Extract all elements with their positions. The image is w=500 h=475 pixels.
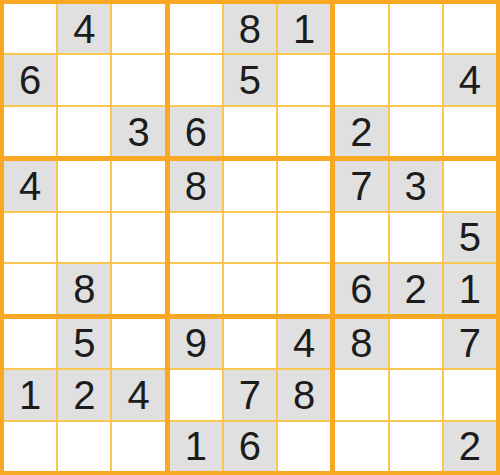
cell-r1c2-given[interactable]: 4 <box>58 4 110 53</box>
cell-r5c5-empty[interactable] <box>224 213 276 262</box>
cell-r4c7-given[interactable]: 7 <box>335 161 387 210</box>
cell-r8c3-given[interactable]: 4 <box>112 370 164 419</box>
cell-r5c8-empty[interactable] <box>390 213 442 262</box>
cell-r9c4-given[interactable]: 1 <box>170 422 222 471</box>
cell-r1c5-given[interactable]: 8 <box>224 4 276 53</box>
cell-r3c8-empty[interactable] <box>390 107 442 156</box>
cell-r3c7-given[interactable]: 2 <box>335 107 387 156</box>
cell-r3c5-empty[interactable] <box>224 107 276 156</box>
box-r3c1: 5124 <box>4 319 165 471</box>
cell-r6c2-given[interactable]: 8 <box>58 264 110 313</box>
cell-r8c7-empty[interactable] <box>335 370 387 419</box>
box-r1c2: 8156 <box>170 4 331 156</box>
cell-r7c7-given[interactable]: 8 <box>335 319 387 368</box>
cell-r3c2-empty[interactable] <box>58 107 110 156</box>
cell-r5c9-given[interactable]: 5 <box>444 213 496 262</box>
cell-r8c1-given[interactable]: 1 <box>4 370 56 419</box>
box-r3c3: 872 <box>335 319 496 471</box>
cell-r8c4-empty[interactable] <box>170 370 222 419</box>
cell-r6c1-empty[interactable] <box>4 264 56 313</box>
cell-r5c7-empty[interactable] <box>335 213 387 262</box>
cell-r3c9-empty[interactable] <box>444 107 496 156</box>
cell-r7c9-given[interactable]: 7 <box>444 319 496 368</box>
cell-r6c5-empty[interactable] <box>224 264 276 313</box>
cell-r9c6-empty[interactable] <box>278 422 330 471</box>
cell-r3c4-given[interactable]: 6 <box>170 107 222 156</box>
cell-r1c4-empty[interactable] <box>170 4 222 53</box>
box-r2c1: 48 <box>4 161 165 313</box>
cell-r4c6-empty[interactable] <box>278 161 330 210</box>
box-r2c2: 8 <box>170 161 331 313</box>
box-r2c3: 735621 <box>335 161 496 313</box>
cell-r9c8-empty[interactable] <box>390 422 442 471</box>
cell-r4c8-given[interactable]: 3 <box>390 161 442 210</box>
cell-r8c2-given[interactable]: 2 <box>58 370 110 419</box>
cell-r5c4-empty[interactable] <box>170 213 222 262</box>
cell-r6c9-given[interactable]: 1 <box>444 264 496 313</box>
cell-r2c9-given[interactable]: 4 <box>444 55 496 104</box>
cell-r7c3-empty[interactable] <box>112 319 164 368</box>
cell-r7c4-given[interactable]: 9 <box>170 319 222 368</box>
cell-r1c9-empty[interactable] <box>444 4 496 53</box>
cell-r4c9-empty[interactable] <box>444 161 496 210</box>
cell-r4c5-empty[interactable] <box>224 161 276 210</box>
cell-r7c5-empty[interactable] <box>224 319 276 368</box>
cell-r6c6-empty[interactable] <box>278 264 330 313</box>
cell-r8c5-given[interactable]: 7 <box>224 370 276 419</box>
cell-r6c4-empty[interactable] <box>170 264 222 313</box>
cell-r2c5-given[interactable]: 5 <box>224 55 276 104</box>
cell-r3c6-empty[interactable] <box>278 107 330 156</box>
cell-r6c7-given[interactable]: 6 <box>335 264 387 313</box>
cell-r5c2-empty[interactable] <box>58 213 110 262</box>
cell-r9c5-given[interactable]: 6 <box>224 422 276 471</box>
cell-r9c3-empty[interactable] <box>112 422 164 471</box>
cell-r5c3-empty[interactable] <box>112 213 164 262</box>
cell-r1c8-empty[interactable] <box>390 4 442 53</box>
cell-r1c7-empty[interactable] <box>335 4 387 53</box>
box-r3c2: 947816 <box>170 319 331 471</box>
cell-r2c2-empty[interactable] <box>58 55 110 104</box>
sudoku-board: 4638156424887356215124947816872 <box>0 0 500 475</box>
cell-r7c1-empty[interactable] <box>4 319 56 368</box>
cell-r6c8-given[interactable]: 2 <box>390 264 442 313</box>
cell-r3c1-empty[interactable] <box>4 107 56 156</box>
cell-r7c2-given[interactable]: 5 <box>58 319 110 368</box>
cell-r2c4-empty[interactable] <box>170 55 222 104</box>
cell-r4c1-given[interactable]: 4 <box>4 161 56 210</box>
cell-r3c3-given[interactable]: 3 <box>112 107 164 156</box>
cell-r8c6-given[interactable]: 8 <box>278 370 330 419</box>
cell-r2c7-empty[interactable] <box>335 55 387 104</box>
cell-r1c6-given[interactable]: 1 <box>278 4 330 53</box>
cell-r4c2-empty[interactable] <box>58 161 110 210</box>
cell-r8c9-empty[interactable] <box>444 370 496 419</box>
cell-r4c4-given[interactable]: 8 <box>170 161 222 210</box>
cell-r4c3-empty[interactable] <box>112 161 164 210</box>
cell-r9c9-given[interactable]: 2 <box>444 422 496 471</box>
cell-r9c2-empty[interactable] <box>58 422 110 471</box>
cell-r5c6-empty[interactable] <box>278 213 330 262</box>
cell-r8c8-empty[interactable] <box>390 370 442 419</box>
box-r1c1: 463 <box>4 4 165 156</box>
cell-r2c3-empty[interactable] <box>112 55 164 104</box>
cell-r9c7-empty[interactable] <box>335 422 387 471</box>
cell-r5c1-empty[interactable] <box>4 213 56 262</box>
cell-r2c1-given[interactable]: 6 <box>4 55 56 104</box>
cell-r7c8-empty[interactable] <box>390 319 442 368</box>
cell-r7c6-given[interactable]: 4 <box>278 319 330 368</box>
cell-r1c1-empty[interactable] <box>4 4 56 53</box>
cell-r2c6-empty[interactable] <box>278 55 330 104</box>
box-r1c3: 42 <box>335 4 496 156</box>
cell-r1c3-empty[interactable] <box>112 4 164 53</box>
cell-r9c1-empty[interactable] <box>4 422 56 471</box>
cell-r6c3-empty[interactable] <box>112 264 164 313</box>
cell-r2c8-empty[interactable] <box>390 55 442 104</box>
